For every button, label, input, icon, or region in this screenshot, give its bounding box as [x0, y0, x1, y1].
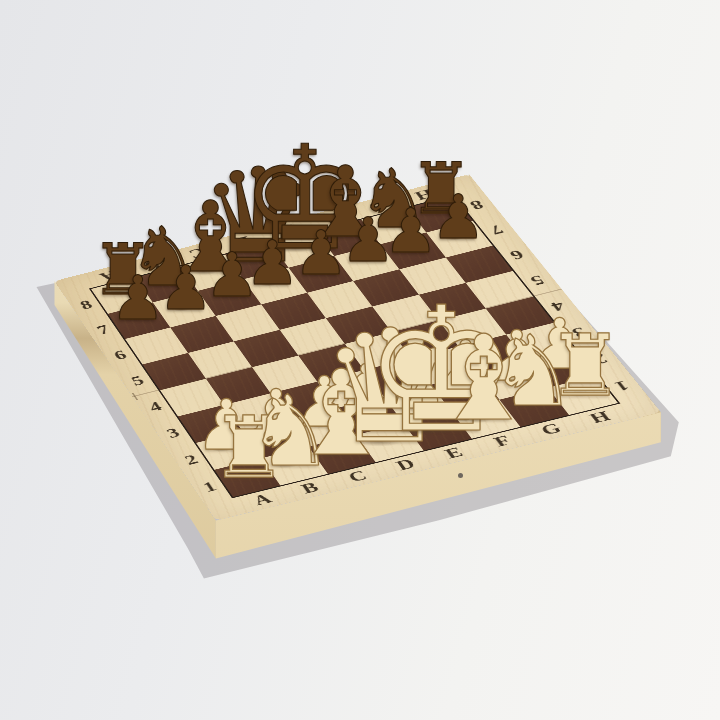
piece-white-rook-h1[interactable]: ♜ [547, 323, 623, 408]
piece-dark-pawn-d7[interactable]: ♟ [245, 234, 300, 295]
chess-set-photo: AABBCCDDEEFFGGHH1122334455667788 ♜♞♝♛♚♝♞… [0, 0, 720, 720]
piece-dark-pawn-h7[interactable]: ♟ [431, 188, 486, 249]
pieces-layer: ♜♞♝♛♚♝♞♜♟♟♟♟♟♟♟♟♟♟♟♟♟♟♟♟♜♞♝♛♚♝♞♜ [0, 0, 720, 720]
piece-dark-pawn-g7[interactable]: ♟ [384, 201, 439, 262]
piece-dark-pawn-a7[interactable]: ♟ [110, 269, 165, 330]
